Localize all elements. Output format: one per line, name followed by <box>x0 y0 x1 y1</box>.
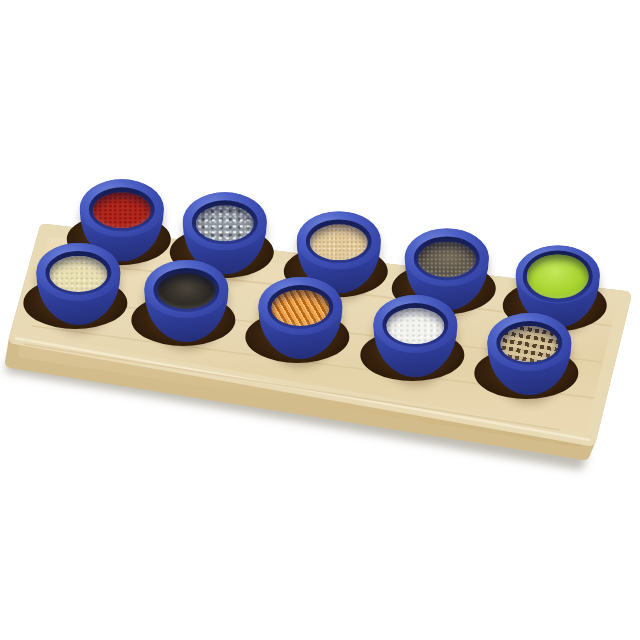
product-photo-scene <box>0 0 640 640</box>
cup-texture <box>500 326 558 362</box>
cup-texture <box>196 205 254 241</box>
cup-texture <box>93 192 151 228</box>
cup-texture <box>157 273 215 309</box>
cup-texture <box>310 224 368 260</box>
cup-texture <box>386 308 444 344</box>
cup-texture <box>418 241 476 277</box>
cup-texture <box>271 290 329 326</box>
cup-texture <box>527 254 589 298</box>
cup-texture <box>49 256 107 292</box>
